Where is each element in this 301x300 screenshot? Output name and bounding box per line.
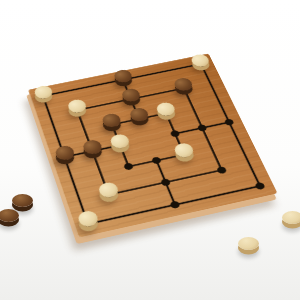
point-d1[interactable] — [156, 190, 194, 219]
point-a1[interactable] — [69, 209, 107, 239]
light-piece-b6[interactable] — [66, 98, 88, 114]
point-g7[interactable] — [184, 52, 219, 76]
light-piece-e5[interactable] — [155, 101, 177, 117]
dark-piece-f6[interactable] — [172, 77, 194, 92]
light-piece-a7[interactable] — [32, 84, 53, 100]
off-board-dark-piece-1[interactable] — [12, 194, 33, 207]
light-piece-b2[interactable] — [97, 181, 120, 199]
off-board-light-piece-4[interactable] — [238, 237, 259, 250]
point-f2[interactable] — [203, 156, 241, 184]
dark-piece-d6[interactable] — [120, 87, 142, 103]
product-photo-scene — [0, 0, 300, 300]
light-piece-g7[interactable] — [190, 53, 212, 68]
light-piece-c4[interactable] — [109, 133, 132, 150]
off-board-light-piece-3[interactable] — [282, 211, 301, 224]
light-piece-e3[interactable] — [172, 142, 195, 159]
dark-piece-a4[interactable] — [53, 144, 75, 161]
dark-piece-c5[interactable] — [101, 112, 123, 128]
point-f6[interactable] — [166, 76, 201, 101]
board-grid — [26, 52, 279, 239]
point-b2[interactable] — [90, 180, 127, 209]
dark-piece-b4[interactable] — [81, 138, 103, 155]
point-b6[interactable] — [60, 98, 94, 123]
dark-piece-d5[interactable] — [128, 107, 150, 123]
dark-piece-d7[interactable] — [112, 68, 134, 83]
point-g1[interactable] — [241, 172, 280, 200]
game-board — [43, 64, 260, 224]
off-board-dark-piece-2[interactable] — [0, 209, 19, 222]
light-piece-a1[interactable] — [76, 210, 100, 229]
point-a7[interactable] — [26, 84, 60, 109]
